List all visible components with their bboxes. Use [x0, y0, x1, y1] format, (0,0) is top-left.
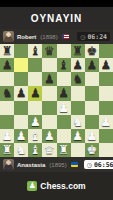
black-knight-piece: ♞ — [72, 72, 83, 86]
square-a5[interactable]: ♞ — [0, 86, 14, 100]
white-pawn-piece: ♟ — [86, 129, 97, 143]
square-b8[interactable] — [14, 44, 28, 58]
opponent-clock-time: 06:24 — [87, 33, 107, 41]
flag-icon — [62, 34, 69, 39]
white-pawn-piece: ♟ — [58, 101, 69, 115]
square-c2[interactable]: ♝ — [28, 129, 42, 143]
square-h3[interactable]: ♟ — [99, 115, 113, 129]
square-c8[interactable]: ♝ — [28, 44, 42, 58]
black-rook-piece: ♜ — [2, 44, 13, 58]
square-e7[interactable]: ♝ — [57, 58, 71, 72]
square-a8[interactable]: ♜ — [0, 44, 14, 58]
square-h6[interactable] — [99, 72, 113, 86]
black-king-piece: ♚ — [86, 44, 97, 58]
white-knight-piece: ♞ — [72, 115, 83, 129]
square-f5[interactable] — [71, 86, 85, 100]
black-pawn-piece: ♟ — [58, 86, 69, 100]
opponent-row[interactable]: Robert (1898) ◷ 06:24 — [0, 29, 113, 44]
player-rating: (1895) — [49, 162, 66, 168]
square-g5[interactable] — [85, 86, 99, 100]
square-d8[interactable]: ♛ — [42, 44, 56, 58]
square-a3[interactable] — [0, 115, 14, 129]
chess-board[interactable]: ♜♝♛♜♚♟♝♟♟♟♟♞♞♟♟♟♟♟♞♟♟♟♝♟♟♟♜♞♝♛♜♚ — [0, 44, 113, 157]
white-pawn-piece: ♟ — [72, 129, 83, 143]
square-g1[interactable]: ♚ — [85, 143, 99, 157]
pawn-icon: ♟ — [27, 181, 37, 191]
player-row[interactable]: Anastasia (1895) ◷ 06:56 — [0, 157, 113, 172]
brand-text: Chess.com — [40, 181, 85, 191]
square-c7[interactable] — [28, 58, 42, 72]
square-g2[interactable]: ♟ — [85, 129, 99, 143]
player-clock: ◷ 06:56 — [84, 160, 113, 169]
opponent-avatar[interactable] — [3, 31, 14, 42]
clock-icon: ◷ — [80, 34, 85, 40]
square-b1[interactable]: ♞ — [14, 143, 28, 157]
app-screen: OYNAYIN Robert (1898) ◷ 06:24 ♜♝♛♜♚♟♝♟♟♟… — [0, 0, 113, 200]
square-c4[interactable] — [28, 101, 42, 115]
square-h8[interactable] — [99, 44, 113, 58]
black-pawn-piece: ♟ — [2, 58, 13, 72]
player-avatar[interactable] — [3, 159, 14, 170]
square-e4[interactable]: ♟ — [57, 101, 71, 115]
white-rook-piece: ♜ — [58, 143, 69, 157]
black-pawn-piece: ♟ — [16, 86, 27, 100]
square-a2[interactable]: ♟ — [0, 129, 14, 143]
clock-icon: ◷ — [87, 162, 92, 168]
flag-icon — [71, 162, 78, 167]
status-bar — [0, 0, 113, 7]
square-c6[interactable] — [28, 72, 42, 86]
white-queen-piece: ♛ — [44, 143, 55, 157]
square-d6[interactable]: ♟ — [42, 72, 56, 86]
square-b2[interactable]: ♟ — [14, 129, 28, 143]
square-d3[interactable] — [42, 115, 56, 129]
square-d2[interactable]: ♟ — [42, 129, 56, 143]
player-name: Anastasia — [17, 162, 45, 168]
black-bishop-piece: ♝ — [58, 58, 69, 72]
square-e5[interactable]: ♟ — [57, 86, 71, 100]
white-pawn-piece: ♟ — [44, 129, 55, 143]
opponent-name: Robert — [17, 34, 36, 40]
opponent-clock: ◷ 06:24 — [77, 32, 110, 41]
square-g3[interactable] — [85, 115, 99, 129]
black-knight-piece: ♞ — [2, 86, 13, 100]
square-h4[interactable] — [99, 101, 113, 115]
square-d7[interactable] — [42, 58, 56, 72]
square-b3[interactable] — [14, 115, 28, 129]
square-g4[interactable] — [85, 101, 99, 115]
square-f8[interactable]: ♜ — [71, 44, 85, 58]
white-pawn-piece: ♟ — [2, 129, 13, 143]
square-h2[interactable] — [99, 129, 113, 143]
black-queen-piece: ♛ — [44, 44, 55, 58]
square-g8[interactable]: ♚ — [85, 44, 99, 58]
square-f4[interactable] — [71, 101, 85, 115]
black-pawn-piece: ♟ — [30, 86, 41, 100]
square-d4[interactable] — [42, 101, 56, 115]
page-title: OYNAYIN — [31, 13, 83, 24]
square-e2[interactable] — [57, 129, 71, 143]
square-e8[interactable] — [57, 44, 71, 58]
white-king-piece: ♚ — [86, 143, 97, 157]
square-c1[interactable]: ♝ — [28, 143, 42, 157]
square-f7[interactable]: ♟ — [71, 58, 85, 72]
player-clock-time: 06:56 — [94, 161, 113, 169]
black-rook-piece: ♜ — [72, 44, 83, 58]
square-c5[interactable]: ♟ — [28, 86, 42, 100]
square-e3[interactable] — [57, 115, 71, 129]
black-pawn-piece: ♟ — [72, 58, 83, 72]
footer: ♟ Chess.com — [0, 172, 113, 200]
square-b7[interactable] — [14, 58, 28, 72]
black-pawn-piece: ♟ — [44, 72, 55, 86]
square-g7[interactable]: ♟ — [85, 58, 99, 72]
square-b5[interactable]: ♟ — [14, 86, 28, 100]
square-b6[interactable] — [14, 72, 28, 86]
white-rook-piece: ♜ — [2, 143, 13, 157]
square-d5[interactable] — [42, 86, 56, 100]
black-pawn-piece: ♟ — [101, 58, 112, 72]
black-bishop-piece: ♝ — [30, 44, 41, 58]
black-pawn-piece: ♟ — [86, 58, 97, 72]
square-f3[interactable]: ♞ — [71, 115, 85, 129]
square-f1[interactable] — [71, 143, 85, 157]
square-e6[interactable] — [57, 72, 71, 86]
title-bar: OYNAYIN — [0, 7, 113, 29]
square-a4[interactable] — [0, 101, 14, 115]
square-f6[interactable]: ♞ — [71, 72, 85, 86]
square-c3[interactable]: ♟ — [28, 115, 42, 129]
square-h1[interactable] — [99, 143, 113, 157]
square-g6[interactable] — [85, 72, 99, 86]
square-h7[interactable]: ♟ — [99, 58, 113, 72]
white-bishop-piece: ♝ — [30, 129, 41, 143]
square-a7[interactable]: ♟ — [0, 58, 14, 72]
white-pawn-piece: ♟ — [30, 115, 41, 129]
square-d1[interactable]: ♛ — [42, 143, 56, 157]
opponent-rating: (1898) — [40, 34, 57, 40]
square-a1[interactable]: ♜ — [0, 143, 14, 157]
square-a6[interactable] — [0, 72, 14, 86]
square-f2[interactable]: ♟ — [71, 129, 85, 143]
square-e1[interactable]: ♜ — [57, 143, 71, 157]
square-h5[interactable] — [99, 86, 113, 100]
white-pawn-piece: ♟ — [16, 129, 27, 143]
square-b4[interactable] — [14, 101, 28, 115]
white-knight-piece: ♞ — [16, 143, 27, 157]
white-pawn-piece: ♟ — [101, 115, 112, 129]
white-bishop-piece: ♝ — [30, 143, 41, 157]
